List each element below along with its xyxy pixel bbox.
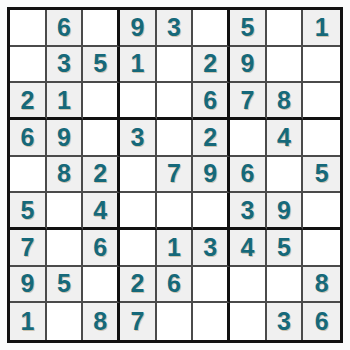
cell-r8c9[interactable]: 8 bbox=[303, 267, 340, 304]
cell-r8c7[interactable] bbox=[230, 267, 267, 304]
cell-r9c3[interactable]: 8 bbox=[83, 303, 120, 340]
cell-r5c6[interactable]: 9 bbox=[193, 157, 230, 194]
cell-r4c7[interactable] bbox=[230, 120, 267, 157]
cell-r7c8[interactable]: 5 bbox=[267, 230, 304, 267]
cell-r3c4[interactable] bbox=[120, 83, 157, 120]
cell-r6c3[interactable]: 4 bbox=[83, 193, 120, 230]
cell-r2c7[interactable]: 9 bbox=[230, 47, 267, 84]
cell-r3c6[interactable]: 6 bbox=[193, 83, 230, 120]
cell-r2c4[interactable]: 1 bbox=[120, 47, 157, 84]
cell-r1c2[interactable]: 6 bbox=[47, 10, 84, 47]
cell-r7c7[interactable]: 4 bbox=[230, 230, 267, 267]
cell-r7c1[interactable]: 7 bbox=[10, 230, 47, 267]
cell-r6c8[interactable]: 9 bbox=[267, 193, 304, 230]
cell-r5c7[interactable]: 6 bbox=[230, 157, 267, 194]
cell-r4c9[interactable] bbox=[303, 120, 340, 157]
cell-r2c8[interactable] bbox=[267, 47, 304, 84]
cell-r5c4[interactable] bbox=[120, 157, 157, 194]
cell-r3c2[interactable]: 1 bbox=[47, 83, 84, 120]
cell-r4c5[interactable] bbox=[157, 120, 194, 157]
cell-r5c2[interactable]: 8 bbox=[47, 157, 84, 194]
cell-r5c9[interactable]: 5 bbox=[303, 157, 340, 194]
cell-r5c1[interactable] bbox=[10, 157, 47, 194]
cell-r6c7[interactable]: 3 bbox=[230, 193, 267, 230]
cell-r1c6[interactable] bbox=[193, 10, 230, 47]
cell-r9c5[interactable] bbox=[157, 303, 194, 340]
cell-r9c7[interactable] bbox=[230, 303, 267, 340]
cell-r8c2[interactable]: 5 bbox=[47, 267, 84, 304]
cell-r7c3[interactable]: 6 bbox=[83, 230, 120, 267]
cell-r1c7[interactable]: 5 bbox=[230, 10, 267, 47]
cell-r1c9[interactable]: 1 bbox=[303, 10, 340, 47]
cell-r3c3[interactable] bbox=[83, 83, 120, 120]
cell-r2c5[interactable] bbox=[157, 47, 194, 84]
cell-r3c9[interactable] bbox=[303, 83, 340, 120]
cell-r1c1[interactable] bbox=[10, 10, 47, 47]
cell-r6c6[interactable] bbox=[193, 193, 230, 230]
cell-r8c3[interactable] bbox=[83, 267, 120, 304]
cell-r2c3[interactable]: 5 bbox=[83, 47, 120, 84]
cell-r5c3[interactable]: 2 bbox=[83, 157, 120, 194]
cell-r2c1[interactable] bbox=[10, 47, 47, 84]
sudoku-grid: 6935135129216786932482796554397613459526… bbox=[10, 10, 340, 340]
cell-r6c9[interactable] bbox=[303, 193, 340, 230]
cell-r7c6[interactable]: 3 bbox=[193, 230, 230, 267]
cell-r7c4[interactable] bbox=[120, 230, 157, 267]
cell-r3c1[interactable]: 2 bbox=[10, 83, 47, 120]
cell-r7c9[interactable] bbox=[303, 230, 340, 267]
cell-r1c4[interactable]: 9 bbox=[120, 10, 157, 47]
cell-r4c4[interactable]: 3 bbox=[120, 120, 157, 157]
cell-r6c1[interactable]: 5 bbox=[10, 193, 47, 230]
cell-r9c8[interactable]: 3 bbox=[267, 303, 304, 340]
cell-r3c7[interactable]: 7 bbox=[230, 83, 267, 120]
cell-r5c5[interactable]: 7 bbox=[157, 157, 194, 194]
cell-r3c8[interactable]: 8 bbox=[267, 83, 304, 120]
cell-r6c5[interactable] bbox=[157, 193, 194, 230]
cell-r2c6[interactable]: 2 bbox=[193, 47, 230, 84]
cell-r1c3[interactable] bbox=[83, 10, 120, 47]
cell-r9c4[interactable]: 7 bbox=[120, 303, 157, 340]
cell-r2c9[interactable] bbox=[303, 47, 340, 84]
cell-r1c8[interactable] bbox=[267, 10, 304, 47]
cell-r8c8[interactable] bbox=[267, 267, 304, 304]
cell-r6c4[interactable] bbox=[120, 193, 157, 230]
cell-r7c2[interactable] bbox=[47, 230, 84, 267]
cell-r9c6[interactable] bbox=[193, 303, 230, 340]
cell-r6c2[interactable] bbox=[47, 193, 84, 230]
cell-r4c6[interactable]: 2 bbox=[193, 120, 230, 157]
cell-r8c6[interactable] bbox=[193, 267, 230, 304]
cell-r2c2[interactable]: 3 bbox=[47, 47, 84, 84]
cell-r8c1[interactable]: 9 bbox=[10, 267, 47, 304]
cell-r4c2[interactable]: 9 bbox=[47, 120, 84, 157]
cell-r9c9[interactable]: 6 bbox=[303, 303, 340, 340]
cell-r5c8[interactable] bbox=[267, 157, 304, 194]
cell-r9c2[interactable] bbox=[47, 303, 84, 340]
sudoku-board: 6935135129216786932482796554397613459526… bbox=[7, 7, 343, 343]
cell-r3c5[interactable] bbox=[157, 83, 194, 120]
cell-r8c4[interactable]: 2 bbox=[120, 267, 157, 304]
cell-r1c5[interactable]: 3 bbox=[157, 10, 194, 47]
cell-r7c5[interactable]: 1 bbox=[157, 230, 194, 267]
cell-r4c1[interactable]: 6 bbox=[10, 120, 47, 157]
cell-r4c8[interactable]: 4 bbox=[267, 120, 304, 157]
cell-r8c5[interactable]: 6 bbox=[157, 267, 194, 304]
cell-r4c3[interactable] bbox=[83, 120, 120, 157]
cell-r9c1[interactable]: 1 bbox=[10, 303, 47, 340]
